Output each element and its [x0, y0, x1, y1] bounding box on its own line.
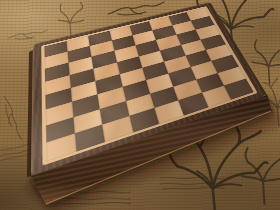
- scene: [0, 0, 280, 210]
